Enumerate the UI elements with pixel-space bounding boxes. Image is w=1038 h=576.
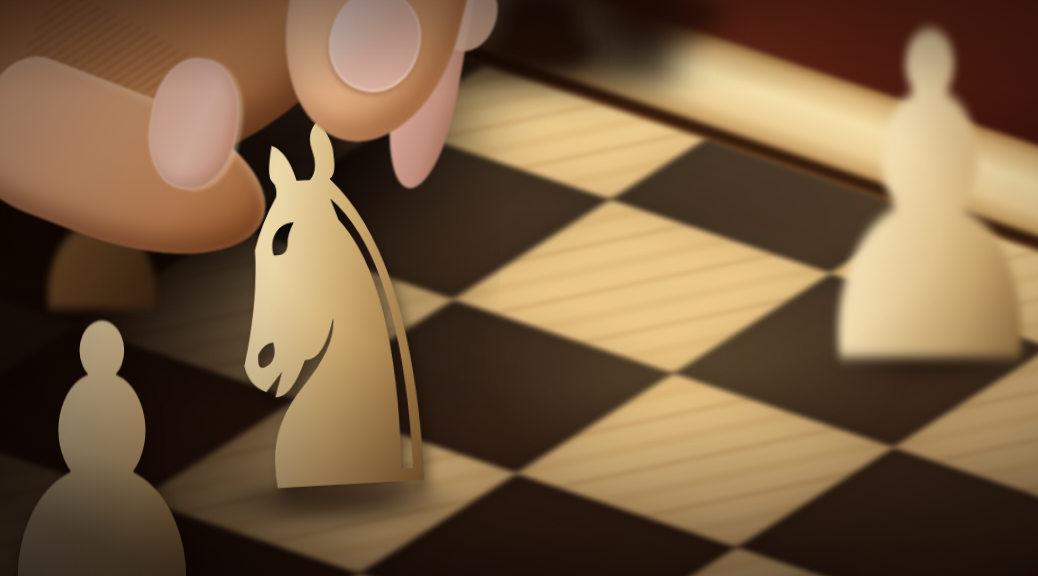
white-knight-held[interactable]: ♞ <box>188 54 477 569</box>
black-piece-body <box>492 26 592 70</box>
white-pawn-right[interactable]: ♟ <box>793 0 1038 426</box>
black-piece-blurred[interactable] <box>488 0 608 70</box>
chess-photo-scene: ♟ ♟ ♞ ♟ <box>0 0 1038 576</box>
white-pawn-front-left[interactable]: ♟ <box>0 277 228 576</box>
